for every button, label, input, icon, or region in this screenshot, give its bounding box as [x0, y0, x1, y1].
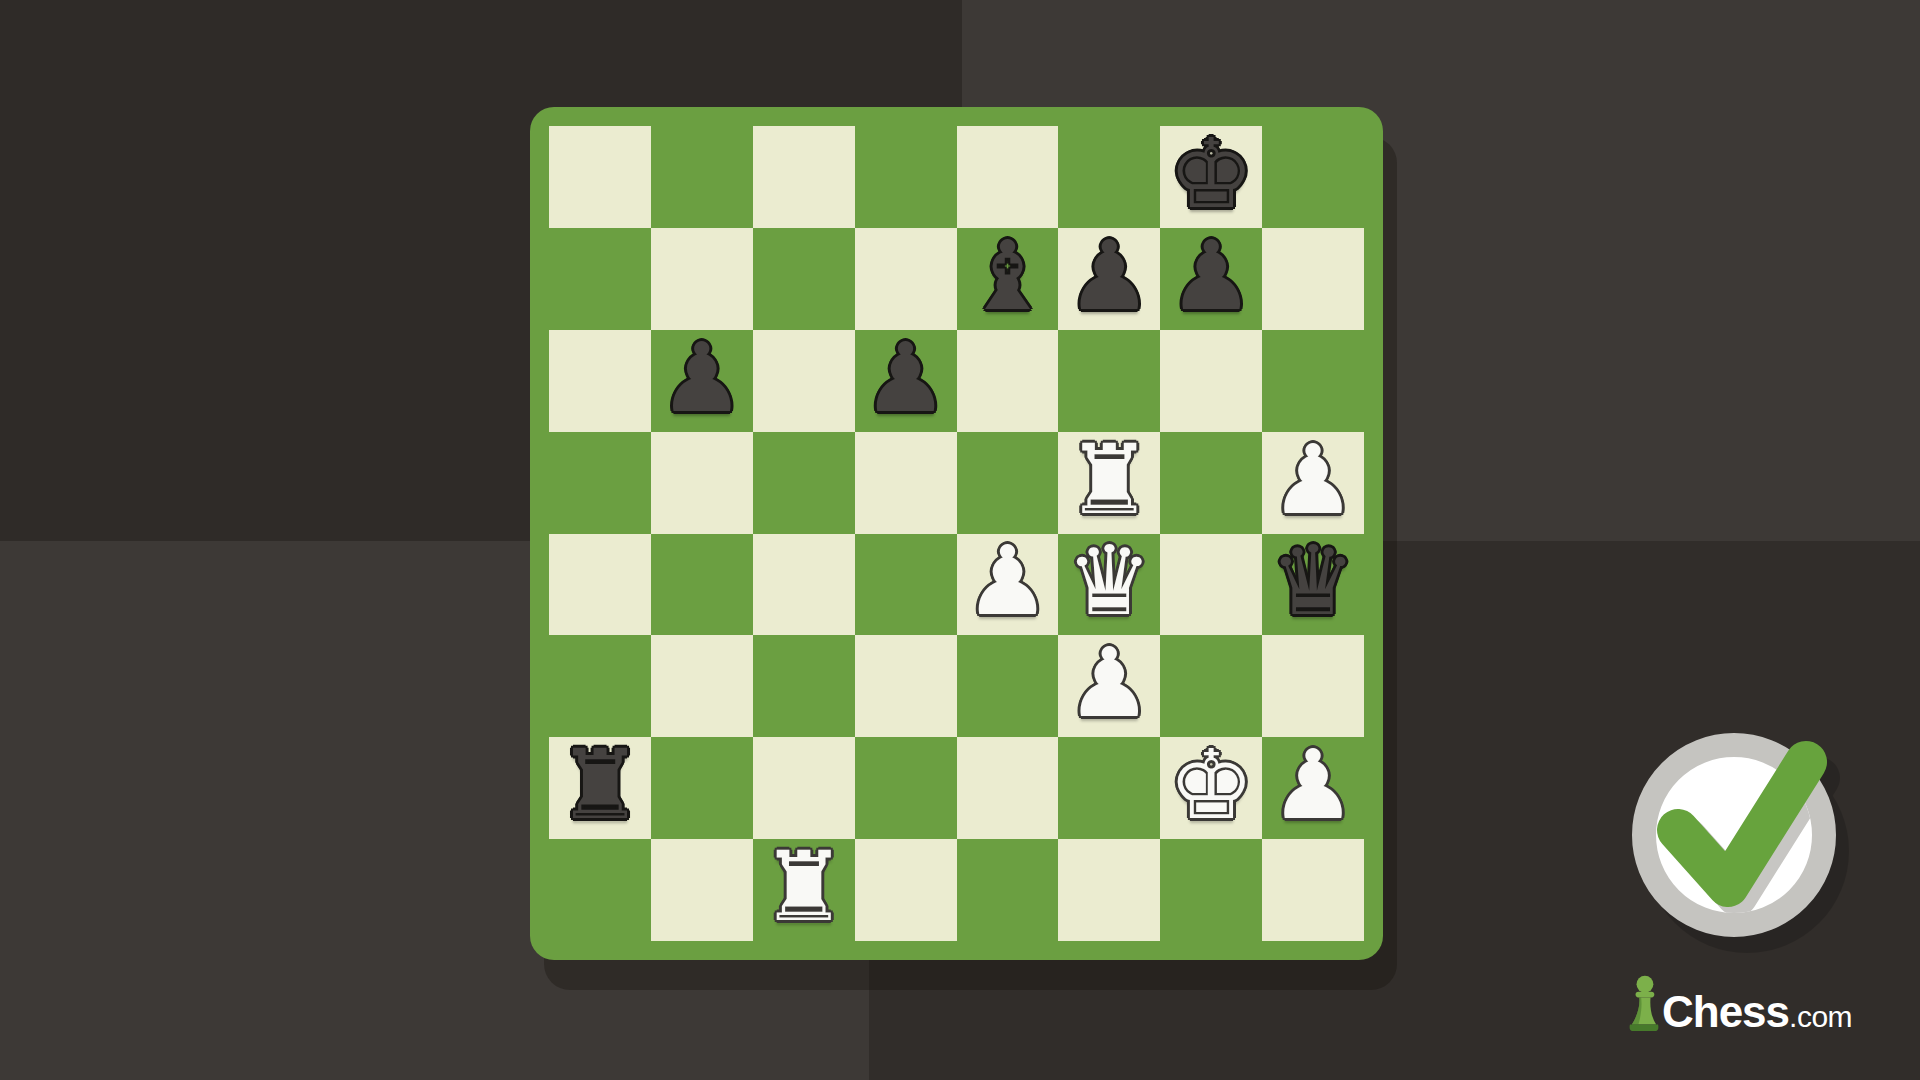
square-d2[interactable]: [855, 737, 957, 839]
square-f8[interactable]: [1058, 126, 1160, 228]
checkmark-badge: [1594, 695, 1874, 975]
piece-white-rook-c1[interactable]: ♜: [761, 839, 847, 935]
piece-black-pawn-g7[interactable]: ♟: [1168, 228, 1254, 324]
square-e4[interactable]: ♟: [957, 534, 1059, 636]
chess-board: ♚♝♟♟♟♟♜♟♟♛♛♟♜♚♟♜: [530, 107, 1383, 960]
square-b2[interactable]: [651, 737, 753, 839]
pawn-icon: [1628, 974, 1660, 1032]
piece-white-pawn-h2[interactable]: ♟: [1270, 737, 1356, 833]
square-h5[interactable]: ♟: [1262, 432, 1364, 534]
square-a4[interactable]: [549, 534, 651, 636]
square-h6[interactable]: [1262, 330, 1364, 432]
square-e2[interactable]: [957, 737, 1059, 839]
square-c4[interactable]: [753, 534, 855, 636]
square-f2[interactable]: [1058, 737, 1160, 839]
square-c1[interactable]: ♜: [753, 839, 855, 941]
square-h7[interactable]: [1262, 228, 1364, 330]
square-f4[interactable]: ♛: [1058, 534, 1160, 636]
square-c3[interactable]: [753, 635, 855, 737]
square-e3[interactable]: [957, 635, 1059, 737]
square-e6[interactable]: [957, 330, 1059, 432]
square-b6[interactable]: ♟: [651, 330, 753, 432]
square-b7[interactable]: [651, 228, 753, 330]
piece-white-queen-f4[interactable]: ♛: [1066, 533, 1152, 629]
square-g4[interactable]: [1160, 534, 1262, 636]
square-d5[interactable]: [855, 432, 957, 534]
chesscom-wordmark-suffix: .com: [1789, 1002, 1852, 1032]
square-b5[interactable]: [651, 432, 753, 534]
piece-white-pawn-f3[interactable]: ♟: [1066, 635, 1152, 731]
square-d1[interactable]: [855, 839, 957, 941]
square-g2[interactable]: ♚: [1160, 737, 1262, 839]
square-a2[interactable]: ♜: [549, 737, 651, 839]
piece-black-pawn-b6[interactable]: ♟: [659, 330, 745, 426]
piece-black-pawn-d6[interactable]: ♟: [863, 330, 949, 426]
piece-white-rook-f5[interactable]: ♜: [1066, 432, 1152, 528]
square-d7[interactable]: [855, 228, 957, 330]
square-h8[interactable]: [1262, 126, 1364, 228]
square-c6[interactable]: [753, 330, 855, 432]
chesscom-logo: Chess.com: [1628, 968, 1908, 1032]
piece-black-bishop-e7[interactable]: ♝: [964, 228, 1050, 324]
piece-black-pawn-f7[interactable]: ♟: [1066, 228, 1152, 324]
square-d6[interactable]: ♟: [855, 330, 957, 432]
square-g5[interactable]: [1160, 432, 1262, 534]
square-h3[interactable]: [1262, 635, 1364, 737]
chess-board-grid: ♚♝♟♟♟♟♜♟♟♛♛♟♜♚♟♜: [549, 126, 1364, 941]
square-d8[interactable]: [855, 126, 957, 228]
chesscom-wordmark: Chess: [1662, 992, 1789, 1032]
square-h4[interactable]: ♛: [1262, 534, 1364, 636]
square-f5[interactable]: ♜: [1058, 432, 1160, 534]
piece-white-king-g2[interactable]: ♚: [1168, 737, 1254, 833]
square-c2[interactable]: [753, 737, 855, 839]
piece-black-king-g8[interactable]: ♚: [1168, 126, 1254, 222]
square-h1[interactable]: [1262, 839, 1364, 941]
square-g3[interactable]: [1160, 635, 1262, 737]
square-g7[interactable]: ♟: [1160, 228, 1262, 330]
square-e7[interactable]: ♝: [957, 228, 1059, 330]
square-d3[interactable]: [855, 635, 957, 737]
square-a6[interactable]: [549, 330, 651, 432]
square-g6[interactable]: [1160, 330, 1262, 432]
square-f7[interactable]: ♟: [1058, 228, 1160, 330]
square-a3[interactable]: [549, 635, 651, 737]
square-b4[interactable]: [651, 534, 753, 636]
piece-white-pawn-e4[interactable]: ♟: [964, 533, 1050, 629]
piece-white-pawn-h5[interactable]: ♟: [1270, 432, 1356, 528]
square-d4[interactable]: [855, 534, 957, 636]
square-g8[interactable]: ♚: [1160, 126, 1262, 228]
square-b1[interactable]: [651, 839, 753, 941]
square-a8[interactable]: [549, 126, 651, 228]
piece-black-rook-a2[interactable]: ♜: [557, 737, 643, 833]
square-c5[interactable]: [753, 432, 855, 534]
square-e1[interactable]: [957, 839, 1059, 941]
square-c8[interactable]: [753, 126, 855, 228]
square-b3[interactable]: [651, 635, 753, 737]
square-g1[interactable]: [1160, 839, 1262, 941]
square-e5[interactable]: [957, 432, 1059, 534]
square-h2[interactable]: ♟: [1262, 737, 1364, 839]
square-f6[interactable]: [1058, 330, 1160, 432]
square-a7[interactable]: [549, 228, 651, 330]
square-e8[interactable]: [957, 126, 1059, 228]
square-b8[interactable]: [651, 126, 753, 228]
square-c7[interactable]: [753, 228, 855, 330]
square-f1[interactable]: [1058, 839, 1160, 941]
square-f3[interactable]: ♟: [1058, 635, 1160, 737]
piece-black-queen-h4[interactable]: ♛: [1270, 533, 1356, 629]
square-a1[interactable]: [549, 839, 651, 941]
square-a5[interactable]: [549, 432, 651, 534]
